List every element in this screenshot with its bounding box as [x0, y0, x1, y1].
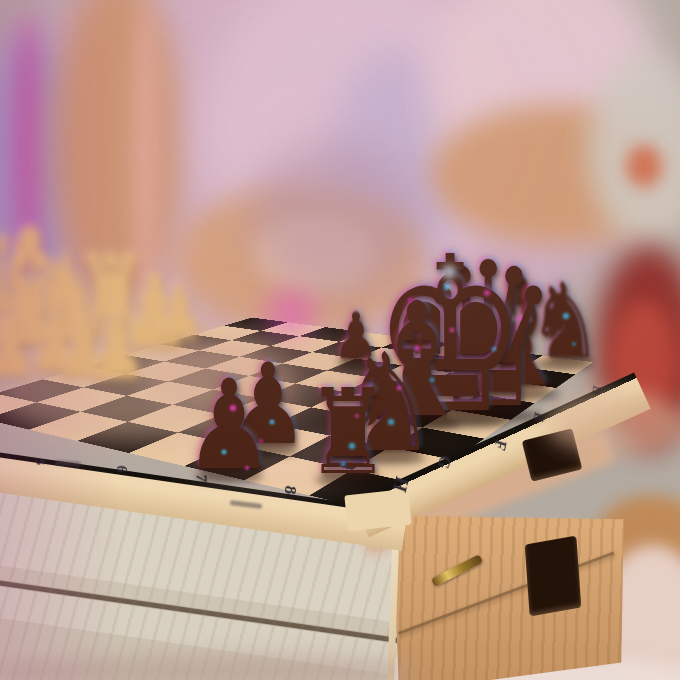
chess-photo-scene: 5678HGFED ♛♝♞♜♟♟♟♟♟♟♞♝♛♚♝♟♞♜♟♟: [0, 0, 680, 680]
vignette-overlay: [0, 0, 680, 680]
